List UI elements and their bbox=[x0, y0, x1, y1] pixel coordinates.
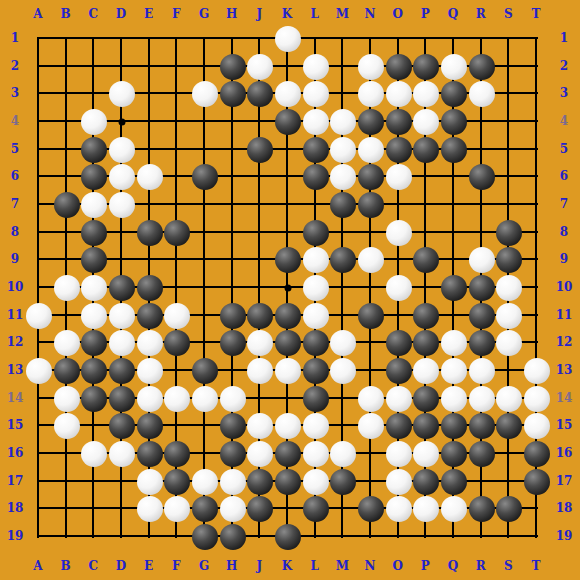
white-stone-C4 bbox=[81, 109, 107, 135]
black-stone-P15 bbox=[413, 413, 439, 439]
white-stone-N3 bbox=[358, 81, 384, 107]
black-stone-R16 bbox=[469, 441, 495, 467]
row-label-right-1: 1 bbox=[560, 31, 568, 45]
row-label-left-18: 18 bbox=[7, 501, 24, 515]
black-stone-P9 bbox=[413, 247, 439, 273]
column-label-bottom-H: H bbox=[226, 559, 237, 573]
column-label-bottom-N: N bbox=[365, 559, 376, 573]
black-stone-J17 bbox=[247, 469, 273, 495]
black-stone-L13 bbox=[303, 358, 329, 384]
white-stone-H14 bbox=[220, 386, 246, 412]
white-stone-J16 bbox=[247, 441, 273, 467]
column-label-bottom-R: R bbox=[476, 559, 486, 573]
white-stone-Q18 bbox=[441, 496, 467, 522]
row-label-right-13: 13 bbox=[556, 363, 573, 377]
black-stone-E11 bbox=[137, 303, 163, 329]
row-label-left-10: 10 bbox=[7, 280, 24, 294]
white-stone-S12 bbox=[496, 330, 522, 356]
row-label-right-5: 5 bbox=[560, 142, 568, 156]
white-stone-P13 bbox=[413, 358, 439, 384]
row-label-left-11: 11 bbox=[7, 308, 24, 322]
column-label-top-J: J bbox=[256, 7, 262, 21]
white-stone-B15 bbox=[54, 413, 80, 439]
black-stone-D15 bbox=[109, 413, 135, 439]
white-stone-J13 bbox=[247, 358, 273, 384]
white-stone-N14 bbox=[358, 386, 384, 412]
black-stone-B7 bbox=[54, 192, 80, 218]
white-stone-D11 bbox=[109, 303, 135, 329]
column-label-bottom-G: G bbox=[199, 559, 209, 573]
black-stone-Q15 bbox=[441, 413, 467, 439]
black-stone-P14 bbox=[413, 386, 439, 412]
black-stone-S18 bbox=[496, 496, 522, 522]
black-stone-O5 bbox=[386, 137, 412, 163]
black-stone-G19 bbox=[192, 524, 218, 550]
white-stone-K3 bbox=[275, 81, 301, 107]
column-label-top-F: F bbox=[172, 7, 181, 21]
white-stone-R13 bbox=[469, 358, 495, 384]
row-label-left-19: 19 bbox=[7, 529, 24, 543]
go-board-screen: AABBCCDDEEFFGGHHJJKKLLMMNNOOPPQQRRSSTT11… bbox=[0, 0, 580, 580]
white-stone-O8 bbox=[386, 220, 412, 246]
white-stone-O18 bbox=[386, 496, 412, 522]
black-stone-M7 bbox=[330, 192, 356, 218]
black-stone-P5 bbox=[413, 137, 439, 163]
black-stone-D10 bbox=[109, 275, 135, 301]
row-label-left-1: 1 bbox=[11, 31, 19, 45]
black-stone-K17 bbox=[275, 469, 301, 495]
column-label-bottom-M: M bbox=[336, 559, 349, 573]
column-label-bottom-E: E bbox=[144, 559, 153, 573]
black-stone-H2 bbox=[220, 54, 246, 80]
column-label-top-C: C bbox=[89, 7, 99, 21]
black-stone-G6 bbox=[192, 164, 218, 190]
white-stone-F18 bbox=[164, 496, 190, 522]
column-label-bottom-T: T bbox=[532, 559, 541, 573]
black-stone-H19 bbox=[220, 524, 246, 550]
column-label-top-K: K bbox=[282, 7, 292, 21]
column-label-bottom-D: D bbox=[116, 559, 126, 573]
black-stone-O15 bbox=[386, 413, 412, 439]
black-stone-C9 bbox=[81, 247, 107, 273]
white-stone-L10 bbox=[303, 275, 329, 301]
column-label-top-L: L bbox=[310, 7, 318, 21]
white-stone-F14 bbox=[164, 386, 190, 412]
white-stone-B12 bbox=[54, 330, 80, 356]
white-stone-Q13 bbox=[441, 358, 467, 384]
row-label-right-8: 8 bbox=[560, 225, 568, 239]
white-stone-F11 bbox=[164, 303, 190, 329]
black-stone-S15 bbox=[496, 413, 522, 439]
black-stone-G13 bbox=[192, 358, 218, 384]
row-label-left-8: 8 bbox=[11, 225, 19, 239]
row-label-left-15: 15 bbox=[7, 418, 24, 432]
black-stone-D14 bbox=[109, 386, 135, 412]
white-stone-O17 bbox=[386, 469, 412, 495]
black-stone-F12 bbox=[164, 330, 190, 356]
black-stone-L8 bbox=[303, 220, 329, 246]
white-stone-N15 bbox=[358, 413, 384, 439]
row-label-left-13: 13 bbox=[7, 363, 24, 377]
white-stone-T13 bbox=[524, 358, 550, 384]
white-stone-D6 bbox=[109, 164, 135, 190]
black-stone-N7 bbox=[358, 192, 384, 218]
black-stone-R6 bbox=[469, 164, 495, 190]
white-stone-H18 bbox=[220, 496, 246, 522]
black-stone-L14 bbox=[303, 386, 329, 412]
column-label-top-R: R bbox=[476, 7, 486, 21]
black-stone-R18 bbox=[469, 496, 495, 522]
white-stone-L11 bbox=[303, 303, 329, 329]
column-label-top-E: E bbox=[144, 7, 153, 21]
column-label-bottom-L: L bbox=[310, 559, 318, 573]
black-stone-L6 bbox=[303, 164, 329, 190]
white-stone-P18 bbox=[413, 496, 439, 522]
white-stone-C10 bbox=[81, 275, 107, 301]
column-label-bottom-A: A bbox=[33, 559, 42, 573]
white-stone-P3 bbox=[413, 81, 439, 107]
black-stone-G18 bbox=[192, 496, 218, 522]
black-stone-P17 bbox=[413, 469, 439, 495]
white-stone-O3 bbox=[386, 81, 412, 107]
column-label-top-H: H bbox=[226, 7, 237, 21]
row-label-left-5: 5 bbox=[11, 142, 19, 156]
black-stone-P11 bbox=[413, 303, 439, 329]
black-stone-J18 bbox=[247, 496, 273, 522]
white-stone-L16 bbox=[303, 441, 329, 467]
row-label-right-12: 12 bbox=[556, 335, 573, 349]
white-stone-E12 bbox=[137, 330, 163, 356]
white-stone-M6 bbox=[330, 164, 356, 190]
black-stone-E10 bbox=[137, 275, 163, 301]
white-stone-B10 bbox=[54, 275, 80, 301]
white-stone-S11 bbox=[496, 303, 522, 329]
row-label-right-15: 15 bbox=[556, 418, 573, 432]
row-label-right-4: 4 bbox=[560, 114, 568, 128]
white-stone-H17 bbox=[220, 469, 246, 495]
white-stone-K13 bbox=[275, 358, 301, 384]
row-label-right-9: 9 bbox=[560, 252, 568, 266]
black-stone-Q5 bbox=[441, 137, 467, 163]
white-stone-E14 bbox=[137, 386, 163, 412]
row-label-right-18: 18 bbox=[556, 501, 573, 515]
row-label-right-11: 11 bbox=[556, 308, 573, 322]
white-stone-L3 bbox=[303, 81, 329, 107]
white-stone-O10 bbox=[386, 275, 412, 301]
black-stone-C5 bbox=[81, 137, 107, 163]
column-label-bottom-C: C bbox=[89, 559, 99, 573]
white-stone-L2 bbox=[303, 54, 329, 80]
white-stone-E17 bbox=[137, 469, 163, 495]
black-stone-B13 bbox=[54, 358, 80, 384]
white-stone-M16 bbox=[330, 441, 356, 467]
black-stone-T17 bbox=[524, 469, 550, 495]
white-stone-M13 bbox=[330, 358, 356, 384]
black-stone-E8 bbox=[137, 220, 163, 246]
white-stone-L9 bbox=[303, 247, 329, 273]
white-stone-E13 bbox=[137, 358, 163, 384]
white-stone-T14 bbox=[524, 386, 550, 412]
white-stone-N5 bbox=[358, 137, 384, 163]
black-stone-C8 bbox=[81, 220, 107, 246]
white-stone-B14 bbox=[54, 386, 80, 412]
white-stone-K15 bbox=[275, 413, 301, 439]
black-stone-N18 bbox=[358, 496, 384, 522]
row-label-right-6: 6 bbox=[560, 169, 568, 183]
black-stone-Q10 bbox=[441, 275, 467, 301]
column-label-bottom-K: K bbox=[282, 559, 292, 573]
black-stone-F17 bbox=[164, 469, 190, 495]
row-label-right-14: 14 bbox=[556, 391, 573, 405]
black-stone-N11 bbox=[358, 303, 384, 329]
white-stone-D16 bbox=[109, 441, 135, 467]
white-stone-C11 bbox=[81, 303, 107, 329]
black-stone-C14 bbox=[81, 386, 107, 412]
row-label-right-16: 16 bbox=[556, 446, 573, 460]
white-stone-O16 bbox=[386, 441, 412, 467]
white-stone-Q2 bbox=[441, 54, 467, 80]
white-stone-S14 bbox=[496, 386, 522, 412]
column-label-top-N: N bbox=[365, 7, 376, 21]
column-label-top-O: O bbox=[392, 7, 402, 21]
black-stone-P12 bbox=[413, 330, 439, 356]
black-stone-F16 bbox=[164, 441, 190, 467]
white-stone-C7 bbox=[81, 192, 107, 218]
white-stone-L4 bbox=[303, 109, 329, 135]
row-label-left-17: 17 bbox=[7, 474, 24, 488]
column-label-top-P: P bbox=[421, 7, 430, 21]
black-stone-O13 bbox=[386, 358, 412, 384]
white-stone-J2 bbox=[247, 54, 273, 80]
white-stone-E6 bbox=[137, 164, 163, 190]
black-stone-R2 bbox=[469, 54, 495, 80]
black-stone-H3 bbox=[220, 81, 246, 107]
white-stone-D7 bbox=[109, 192, 135, 218]
white-stone-C16 bbox=[81, 441, 107, 467]
column-label-top-D: D bbox=[116, 7, 126, 21]
hoshi-D4 bbox=[119, 119, 126, 126]
black-stone-C12 bbox=[81, 330, 107, 356]
black-stone-R15 bbox=[469, 413, 495, 439]
black-stone-K12 bbox=[275, 330, 301, 356]
white-stone-G17 bbox=[192, 469, 218, 495]
black-stone-C6 bbox=[81, 164, 107, 190]
column-label-top-M: M bbox=[336, 7, 349, 21]
black-stone-Q16 bbox=[441, 441, 467, 467]
column-label-top-G: G bbox=[199, 7, 209, 21]
white-stone-R9 bbox=[469, 247, 495, 273]
black-stone-J3 bbox=[247, 81, 273, 107]
black-stone-H11 bbox=[220, 303, 246, 329]
black-stone-K4 bbox=[275, 109, 301, 135]
black-stone-S8 bbox=[496, 220, 522, 246]
white-stone-M4 bbox=[330, 109, 356, 135]
white-stone-N2 bbox=[358, 54, 384, 80]
black-stone-T16 bbox=[524, 441, 550, 467]
white-stone-M12 bbox=[330, 330, 356, 356]
black-stone-K19 bbox=[275, 524, 301, 550]
column-label-bottom-B: B bbox=[61, 559, 71, 573]
black-stone-K16 bbox=[275, 441, 301, 467]
white-stone-K1 bbox=[275, 26, 301, 52]
row-label-right-7: 7 bbox=[560, 197, 568, 211]
white-stone-D12 bbox=[109, 330, 135, 356]
row-label-right-10: 10 bbox=[556, 280, 573, 294]
black-stone-N6 bbox=[358, 164, 384, 190]
column-label-bottom-S: S bbox=[504, 559, 513, 573]
white-stone-L17 bbox=[303, 469, 329, 495]
black-stone-O2 bbox=[386, 54, 412, 80]
black-stone-E15 bbox=[137, 413, 163, 439]
row-label-right-3: 3 bbox=[560, 86, 568, 100]
column-label-bottom-O: O bbox=[392, 559, 402, 573]
black-stone-H12 bbox=[220, 330, 246, 356]
black-stone-L5 bbox=[303, 137, 329, 163]
black-stone-Q3 bbox=[441, 81, 467, 107]
black-stone-N4 bbox=[358, 109, 384, 135]
row-label-left-9: 9 bbox=[11, 252, 19, 266]
row-label-left-12: 12 bbox=[7, 335, 24, 349]
black-stone-J11 bbox=[247, 303, 273, 329]
row-label-left-7: 7 bbox=[11, 197, 19, 211]
white-stone-A11 bbox=[26, 303, 52, 329]
row-label-left-14: 14 bbox=[7, 391, 24, 405]
black-stone-R10 bbox=[469, 275, 495, 301]
white-stone-G3 bbox=[192, 81, 218, 107]
black-stone-F8 bbox=[164, 220, 190, 246]
black-stone-O4 bbox=[386, 109, 412, 135]
white-stone-R3 bbox=[469, 81, 495, 107]
black-stone-M17 bbox=[330, 469, 356, 495]
row-label-left-6: 6 bbox=[11, 169, 19, 183]
white-stone-P16 bbox=[413, 441, 439, 467]
black-stone-Q17 bbox=[441, 469, 467, 495]
white-stone-S10 bbox=[496, 275, 522, 301]
white-stone-Q12 bbox=[441, 330, 467, 356]
hoshi-K10 bbox=[285, 285, 292, 292]
black-stone-R11 bbox=[469, 303, 495, 329]
white-stone-P4 bbox=[413, 109, 439, 135]
black-stone-K9 bbox=[275, 247, 301, 273]
white-stone-J12 bbox=[247, 330, 273, 356]
black-stone-M9 bbox=[330, 247, 356, 273]
black-stone-D13 bbox=[109, 358, 135, 384]
white-stone-G14 bbox=[192, 386, 218, 412]
white-stone-A13 bbox=[26, 358, 52, 384]
black-stone-O12 bbox=[386, 330, 412, 356]
black-stone-H15 bbox=[220, 413, 246, 439]
black-stone-H16 bbox=[220, 441, 246, 467]
white-stone-T15 bbox=[524, 413, 550, 439]
black-stone-Q4 bbox=[441, 109, 467, 135]
column-label-top-T: T bbox=[532, 7, 541, 21]
column-label-top-Q: Q bbox=[448, 7, 458, 21]
black-stone-R12 bbox=[469, 330, 495, 356]
white-stone-L15 bbox=[303, 413, 329, 439]
row-label-left-3: 3 bbox=[11, 86, 19, 100]
column-label-bottom-J: J bbox=[256, 559, 262, 573]
white-stone-E18 bbox=[137, 496, 163, 522]
white-stone-R14 bbox=[469, 386, 495, 412]
white-stone-Q14 bbox=[441, 386, 467, 412]
black-stone-P2 bbox=[413, 54, 439, 80]
column-label-top-A: A bbox=[33, 7, 42, 21]
white-stone-J15 bbox=[247, 413, 273, 439]
white-stone-M5 bbox=[330, 137, 356, 163]
black-stone-C13 bbox=[81, 358, 107, 384]
black-stone-E16 bbox=[137, 441, 163, 467]
row-label-left-4: 4 bbox=[11, 114, 19, 128]
column-label-top-S: S bbox=[504, 7, 513, 21]
column-label-bottom-Q: Q bbox=[448, 559, 458, 573]
black-stone-S9 bbox=[496, 247, 522, 273]
black-stone-L18 bbox=[303, 496, 329, 522]
white-stone-D3 bbox=[109, 81, 135, 107]
black-stone-J5 bbox=[247, 137, 273, 163]
row-label-left-16: 16 bbox=[7, 446, 24, 460]
column-label-bottom-P: P bbox=[421, 559, 430, 573]
row-label-left-2: 2 bbox=[11, 59, 19, 73]
row-label-right-19: 19 bbox=[556, 529, 573, 543]
column-label-bottom-F: F bbox=[172, 559, 181, 573]
row-label-right-17: 17 bbox=[556, 474, 573, 488]
white-stone-D5 bbox=[109, 137, 135, 163]
row-label-right-2: 2 bbox=[560, 59, 568, 73]
black-stone-L12 bbox=[303, 330, 329, 356]
white-stone-O6 bbox=[386, 164, 412, 190]
white-stone-O14 bbox=[386, 386, 412, 412]
black-stone-K11 bbox=[275, 303, 301, 329]
white-stone-N9 bbox=[358, 247, 384, 273]
column-label-top-B: B bbox=[61, 7, 71, 21]
